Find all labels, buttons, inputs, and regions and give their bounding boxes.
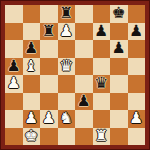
white-pawn-a4: ♟	[7, 75, 21, 93]
square-h4[interactable]	[128, 75, 146, 93]
square-b4[interactable]	[23, 75, 41, 93]
black-pawn-b6: ♟	[24, 40, 38, 58]
square-a4[interactable]: ♟	[5, 75, 23, 93]
square-c7[interactable]: ♜	[40, 23, 58, 41]
square-c5[interactable]	[40, 58, 58, 76]
square-h5[interactable]	[128, 58, 146, 76]
square-f2[interactable]	[93, 110, 111, 128]
square-d1[interactable]	[58, 128, 76, 146]
square-f1[interactable]: ♜	[93, 128, 111, 146]
black-pawn-g6: ♟	[112, 40, 126, 58]
square-h7[interactable]: ♟	[128, 23, 146, 41]
square-e6[interactable]	[75, 40, 93, 58]
square-e3[interactable]: ♟	[75, 93, 93, 111]
white-knight-d2: ♞	[59, 110, 73, 128]
black-rook-c7: ♜	[42, 23, 56, 41]
square-a5[interactable]: ♟	[5, 58, 23, 76]
square-e8[interactable]	[75, 5, 93, 23]
square-b8[interactable]	[23, 5, 41, 23]
black-rook-d8: ♜	[59, 5, 73, 23]
square-d6[interactable]	[58, 40, 76, 58]
square-a8[interactable]	[5, 5, 23, 23]
square-f3[interactable]	[93, 93, 111, 111]
square-a3[interactable]	[5, 93, 23, 111]
black-pawn-h7: ♟	[129, 23, 143, 41]
square-e1[interactable]	[75, 128, 93, 146]
black-pawn-e3: ♟	[77, 93, 91, 111]
black-pawn-a5: ♟	[7, 58, 21, 76]
board-border: ♜♚♜♟♟♟♟♟♟♝♛♟♛♟♟♟♞♟♚♜	[1, 1, 149, 149]
square-a7[interactable]	[5, 23, 23, 41]
white-pawn-b2: ♟	[24, 110, 38, 128]
white-pawn-h2: ♟	[129, 110, 143, 128]
square-f7[interactable]: ♟	[93, 23, 111, 41]
square-c8[interactable]	[40, 5, 58, 23]
square-a1[interactable]	[5, 128, 23, 146]
square-g1[interactable]	[110, 128, 128, 146]
square-a2[interactable]	[5, 110, 23, 128]
square-h1[interactable]	[128, 128, 146, 146]
square-a6[interactable]	[5, 40, 23, 58]
square-c2[interactable]: ♟	[40, 110, 58, 128]
black-pawn-f7: ♟	[94, 23, 108, 41]
square-c1[interactable]	[40, 128, 58, 146]
square-g8[interactable]: ♚	[110, 5, 128, 23]
square-d3[interactable]	[58, 93, 76, 111]
square-h3[interactable]	[128, 93, 146, 111]
square-e7[interactable]	[75, 23, 93, 41]
square-f5[interactable]	[93, 58, 111, 76]
square-d4[interactable]	[58, 75, 76, 93]
square-h6[interactable]	[128, 40, 146, 58]
square-c3[interactable]	[40, 93, 58, 111]
chess-board: ♜♚♜♟♟♟♟♟♟♝♛♟♛♟♟♟♞♟♚♜	[5, 5, 145, 145]
square-g2[interactable]	[110, 110, 128, 128]
square-b6[interactable]: ♟	[23, 40, 41, 58]
black-king-g8: ♚	[112, 5, 126, 23]
square-f8[interactable]	[93, 5, 111, 23]
white-queen-d5: ♛	[59, 58, 73, 76]
white-pawn-c2: ♟	[42, 110, 56, 128]
white-pawn-d7: ♟	[59, 23, 73, 41]
square-f6[interactable]	[93, 40, 111, 58]
black-queen-f4: ♛	[94, 75, 108, 93]
white-rook-f1: ♜	[94, 128, 108, 146]
square-c6[interactable]	[40, 40, 58, 58]
square-f4[interactable]: ♛	[93, 75, 111, 93]
square-b1[interactable]: ♚	[23, 128, 41, 146]
square-h8[interactable]	[128, 5, 146, 23]
square-g5[interactable]	[110, 58, 128, 76]
square-g7[interactable]	[110, 23, 128, 41]
square-d7[interactable]: ♟	[58, 23, 76, 41]
white-bishop-b5: ♝	[24, 58, 38, 76]
square-d8[interactable]: ♜	[58, 5, 76, 23]
square-g4[interactable]	[110, 75, 128, 93]
board-frame: ♜♚♜♟♟♟♟♟♟♝♛♟♛♟♟♟♞♟♚♜	[0, 0, 150, 150]
square-b5[interactable]: ♝	[23, 58, 41, 76]
square-c4[interactable]	[40, 75, 58, 93]
white-king-b1: ♚	[24, 128, 38, 146]
square-d2[interactable]: ♞	[58, 110, 76, 128]
square-e5[interactable]	[75, 58, 93, 76]
square-g3[interactable]	[110, 93, 128, 111]
square-d5[interactable]: ♛	[58, 58, 76, 76]
square-g6[interactable]: ♟	[110, 40, 128, 58]
square-b7[interactable]	[23, 23, 41, 41]
square-e2[interactable]	[75, 110, 93, 128]
square-h2[interactable]: ♟	[128, 110, 146, 128]
square-b3[interactable]	[23, 93, 41, 111]
square-e4[interactable]	[75, 75, 93, 93]
square-b2[interactable]: ♟	[23, 110, 41, 128]
